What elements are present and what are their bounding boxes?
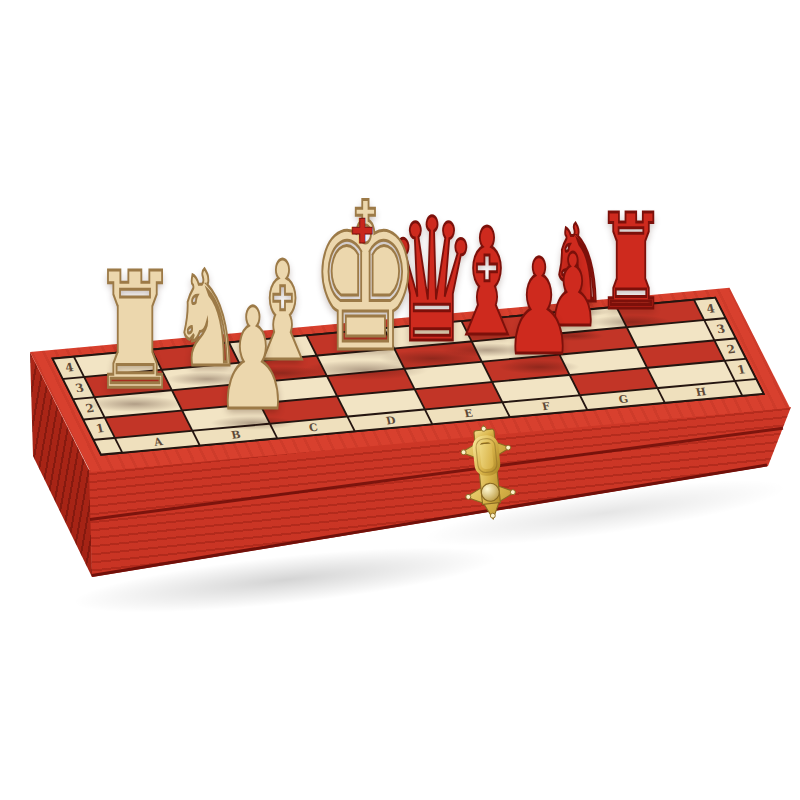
- piece-red-rook: ♜: [591, 203, 670, 322]
- piece-white-pawn-1: ♟: [211, 297, 295, 423]
- piece-red-pawn-1: ♟: [499, 248, 578, 367]
- white-king-cross-finial: ✚: [351, 214, 374, 248]
- piece-white-rook: ♜: [87, 260, 183, 404]
- chess-box-photo: 44332211ABCDEFGH: [0, 0, 800, 800]
- piece-layer: ♜♞♝♟♚♛♝♟♟♞♜✚: [0, 0, 800, 800]
